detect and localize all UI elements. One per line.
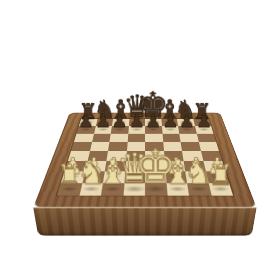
square-h8: [193, 119, 211, 126]
chess-board: ♜♞♝♛♚♝♞♜♟♟♟♟♟♟♟♟♟♟♟♟♟♟♟♟♜♞♝♛♚♝♞♜: [33, 113, 257, 208]
square-d8: [128, 119, 145, 126]
square-a5: [71, 142, 92, 151]
square-e7: [145, 126, 162, 134]
square-b8: [95, 119, 113, 126]
square-g5: [181, 142, 201, 151]
square-c8: [112, 119, 129, 126]
square-g7: [178, 126, 196, 134]
square-h6: [196, 134, 216, 142]
chess-set-photo: ♜♞♝♛♚♝♞♜♟♟♟♟♟♟♟♟♟♟♟♟♟♟♟♟♜♞♝♛♚♝♞♜: [0, 0, 280, 280]
square-b7: [94, 126, 112, 134]
square-g6: [179, 134, 198, 142]
square-d7: [128, 126, 145, 134]
square-c6: [109, 134, 127, 142]
square-h5: [198, 142, 219, 151]
board-front-edge: [33, 208, 257, 236]
square-h7: [195, 126, 214, 134]
square-a8: [79, 119, 97, 126]
square-f8: [161, 119, 178, 126]
square-c7: [111, 126, 129, 134]
square-e8: [145, 119, 162, 126]
white-rook-glyph: ♜: [208, 161, 233, 189]
square-g8: [177, 119, 195, 126]
square-b5: [90, 142, 110, 151]
square-a7: [76, 126, 95, 134]
square-f7: [162, 126, 180, 134]
square-b6: [92, 134, 111, 142]
square-a6: [74, 134, 94, 142]
